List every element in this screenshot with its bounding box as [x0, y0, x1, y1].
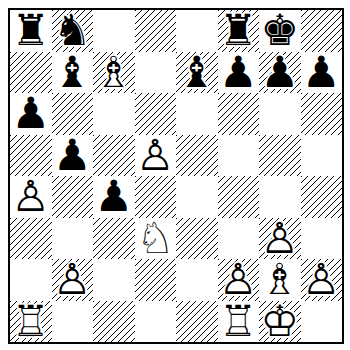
black-pawn-icon: ♟ — [10, 93, 52, 135]
square-f2[interactable]: ♟♙ — [218, 259, 260, 301]
piece-fill-halo: ♟ — [259, 218, 301, 260]
piece-fill-halo: ♟ — [10, 93, 52, 135]
square-c4[interactable]: ♟♟ — [93, 176, 135, 218]
square-a1[interactable]: ♜♖ — [10, 301, 52, 343]
square-a4[interactable]: ♟♙ — [10, 176, 52, 218]
square-h8[interactable] — [301, 10, 343, 52]
black-rook-icon: ♜ — [10, 10, 52, 52]
piece-fill-halo: ♝ — [93, 52, 135, 94]
black-knight-icon: ♞ — [52, 10, 94, 52]
square-b8[interactable]: ♞♞ — [52, 10, 94, 52]
square-d5[interactable]: ♟♙ — [135, 135, 177, 177]
square-d1[interactable] — [135, 301, 177, 343]
black-pawn-icon: ♟ — [93, 176, 135, 218]
square-c7[interactable]: ♝♗ — [93, 52, 135, 94]
square-d7[interactable] — [135, 52, 177, 94]
square-h7[interactable]: ♟♟ — [301, 52, 343, 94]
square-b1[interactable] — [52, 301, 94, 343]
piece-fill-halo: ♟ — [93, 176, 135, 218]
square-h4[interactable] — [301, 176, 343, 218]
black-bishop-icon: ♝ — [52, 52, 94, 94]
square-e4[interactable] — [176, 176, 218, 218]
square-h5[interactable] — [301, 135, 343, 177]
piece-fill-halo: ♟ — [301, 52, 343, 94]
piece-fill-halo: ♟ — [301, 259, 343, 301]
square-a5[interactable] — [10, 135, 52, 177]
black-pawn-icon: ♟ — [218, 52, 260, 94]
square-f8[interactable]: ♜♜ — [218, 10, 260, 52]
square-f4[interactable] — [218, 176, 260, 218]
square-h6[interactable] — [301, 93, 343, 135]
square-b2[interactable]: ♟♙ — [52, 259, 94, 301]
white-pawn-icon: ♙ — [135, 135, 177, 177]
square-d8[interactable] — [135, 10, 177, 52]
white-pawn-icon: ♙ — [10, 176, 52, 218]
piece-fill-halo: ♝ — [259, 259, 301, 301]
square-h1[interactable] — [301, 301, 343, 343]
piece-fill-halo: ♞ — [135, 218, 177, 260]
piece-fill-halo: ♜ — [10, 10, 52, 52]
square-c8[interactable] — [93, 10, 135, 52]
black-bishop-icon: ♝ — [176, 52, 218, 94]
chess-board: ♜♜♞♞♜♜♚♚♝♝♝♗♝♝♟♟♟♟♟♟♟♟♟♟♟♙♟♙♟♟♞♘♟♙♟♙♟♙♝♗… — [8, 8, 344, 344]
piece-fill-halo: ♟ — [259, 52, 301, 94]
piece-fill-halo: ♝ — [52, 52, 94, 94]
piece-fill-halo: ♝ — [176, 52, 218, 94]
square-g6[interactable] — [259, 93, 301, 135]
square-e2[interactable] — [176, 259, 218, 301]
white-bishop-icon: ♗ — [93, 52, 135, 94]
square-b7[interactable]: ♝♝ — [52, 52, 94, 94]
square-a3[interactable] — [10, 218, 52, 260]
white-rook-icon: ♖ — [218, 301, 260, 343]
square-g5[interactable] — [259, 135, 301, 177]
square-b5[interactable]: ♟♟ — [52, 135, 94, 177]
piece-fill-halo: ♞ — [52, 10, 94, 52]
square-f3[interactable] — [218, 218, 260, 260]
piece-fill-halo: ♜ — [218, 10, 260, 52]
black-pawn-icon: ♟ — [259, 52, 301, 94]
white-pawn-icon: ♙ — [301, 259, 343, 301]
piece-fill-halo: ♟ — [135, 135, 177, 177]
piece-fill-halo: ♟ — [218, 259, 260, 301]
square-g2[interactable]: ♝♗ — [259, 259, 301, 301]
square-e8[interactable] — [176, 10, 218, 52]
square-a7[interactable] — [10, 52, 52, 94]
black-rook-icon: ♜ — [218, 10, 260, 52]
white-pawn-icon: ♙ — [259, 218, 301, 260]
square-c1[interactable] — [93, 301, 135, 343]
piece-fill-halo: ♟ — [218, 52, 260, 94]
square-d6[interactable] — [135, 93, 177, 135]
square-a8[interactable]: ♜♜ — [10, 10, 52, 52]
white-pawn-icon: ♙ — [218, 259, 260, 301]
black-pawn-icon: ♟ — [301, 52, 343, 94]
square-g3[interactable]: ♟♙ — [259, 218, 301, 260]
white-pawn-icon: ♙ — [52, 259, 94, 301]
square-h3[interactable] — [301, 218, 343, 260]
square-a2[interactable] — [10, 259, 52, 301]
white-king-icon: ♔ — [259, 301, 301, 343]
piece-fill-halo: ♜ — [218, 301, 260, 343]
piece-fill-halo: ♟ — [52, 259, 94, 301]
square-d4[interactable] — [135, 176, 177, 218]
square-f1[interactable]: ♜♖ — [218, 301, 260, 343]
square-c2[interactable] — [93, 259, 135, 301]
square-b6[interactable] — [52, 93, 94, 135]
white-bishop-icon: ♗ — [259, 259, 301, 301]
square-e3[interactable] — [176, 218, 218, 260]
piece-fill-halo: ♟ — [52, 135, 94, 177]
square-d3[interactable]: ♞♘ — [135, 218, 177, 260]
square-d2[interactable] — [135, 259, 177, 301]
square-g1[interactable]: ♚♔ — [259, 301, 301, 343]
square-b3[interactable] — [52, 218, 94, 260]
square-e7[interactable]: ♝♝ — [176, 52, 218, 94]
square-g8[interactable]: ♚♚ — [259, 10, 301, 52]
black-king-icon: ♚ — [259, 10, 301, 52]
square-c5[interactable] — [93, 135, 135, 177]
square-e5[interactable] — [176, 135, 218, 177]
square-g7[interactable]: ♟♟ — [259, 52, 301, 94]
square-f7[interactable]: ♟♟ — [218, 52, 260, 94]
square-g4[interactable] — [259, 176, 301, 218]
white-rook-icon: ♖ — [10, 301, 52, 343]
square-c3[interactable] — [93, 218, 135, 260]
white-knight-icon: ♘ — [135, 218, 177, 260]
black-pawn-icon: ♟ — [52, 135, 94, 177]
square-e1[interactable] — [176, 301, 218, 343]
square-e6[interactable] — [176, 93, 218, 135]
square-b4[interactable] — [52, 176, 94, 218]
piece-fill-halo: ♜ — [10, 301, 52, 343]
square-a6[interactable]: ♟♟ — [10, 93, 52, 135]
piece-fill-halo: ♚ — [259, 10, 301, 52]
piece-fill-halo: ♚ — [259, 301, 301, 343]
piece-fill-halo: ♟ — [10, 176, 52, 218]
square-h2[interactable]: ♟♙ — [301, 259, 343, 301]
square-f5[interactable] — [218, 135, 260, 177]
square-f6[interactable] — [218, 93, 260, 135]
square-c6[interactable] — [93, 93, 135, 135]
